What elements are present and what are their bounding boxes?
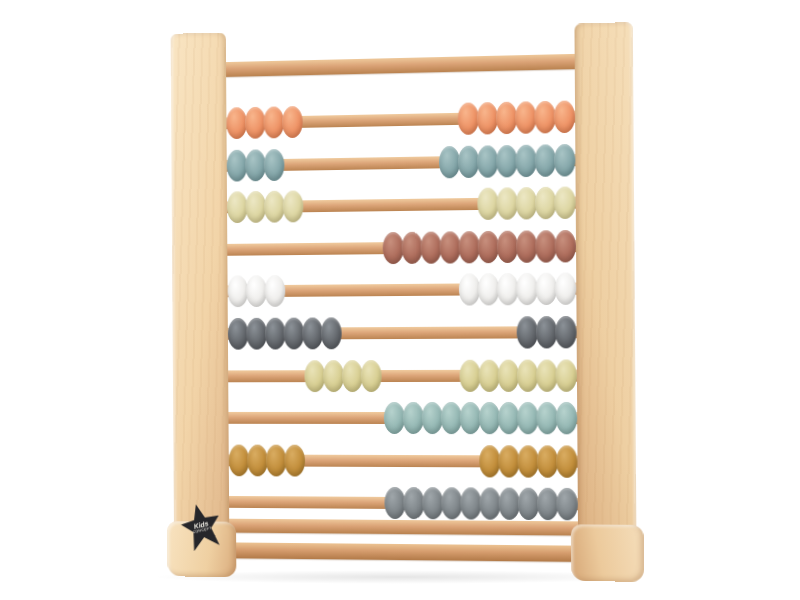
abacus-bead-terracotta[interactable] [478, 231, 499, 263]
bead-group-left [228, 275, 286, 307]
bead-rows-area [226, 24, 575, 33]
product-photo: Kids Concept [0, 0, 800, 600]
abacus-bead-mint-green[interactable] [517, 402, 539, 434]
abacus-bead-white[interactable] [516, 273, 538, 305]
abacus-bead-mint-green[interactable] [441, 402, 462, 434]
wood-grain [171, 32, 230, 574]
abacus-rod-row-mustard [229, 444, 578, 477]
bead-group-right [517, 316, 577, 349]
abacus-frame: Kids Concept [171, 22, 637, 579]
abacus-bead-pale-yellow[interactable] [516, 187, 538, 220]
abacus-bead-mustard[interactable] [537, 445, 559, 477]
abacus-bead-dark-grey[interactable] [517, 316, 539, 348]
abacus-bead-teal-blue[interactable] [264, 149, 285, 181]
abacus-bead-khaki-yellow[interactable] [304, 360, 325, 392]
abacus-bead-dark-grey[interactable] [321, 317, 342, 349]
abacus-bead-white[interactable] [555, 273, 577, 306]
bottom-rail-lower [218, 542, 591, 562]
bead-group-right [458, 100, 576, 135]
abacus-bead-terracotta[interactable] [459, 231, 480, 263]
abacus-bead-mid-grey[interactable] [384, 487, 405, 519]
right-post [574, 22, 636, 579]
abacus-bead-white[interactable] [228, 276, 249, 308]
abacus-bead-khaki-yellow[interactable] [517, 359, 539, 391]
abacus-bead-coral-orange[interactable] [245, 107, 266, 139]
abacus-bead-dark-grey[interactable] [246, 318, 267, 350]
abacus-bead-pale-yellow[interactable] [554, 187, 576, 220]
abacus-rod-row-teal-blue [227, 144, 576, 182]
abacus-bead-mustard[interactable] [247, 444, 268, 476]
abacus-bead-white[interactable] [536, 273, 558, 305]
abacus-bead-mustard[interactable] [517, 445, 539, 477]
abacus-bead-mid-grey[interactable] [499, 488, 520, 520]
abacus-bead-khaki-yellow[interactable] [498, 359, 519, 391]
abacus-bead-dark-grey[interactable] [265, 318, 286, 350]
top-dowel [214, 54, 587, 78]
abacus-bead-coral-orange[interactable] [515, 101, 537, 134]
bead-group-right [384, 487, 578, 520]
abacus-bead-white[interactable] [497, 273, 518, 305]
abacus-bead-mint-green[interactable] [536, 402, 558, 434]
abacus-bead-teal-blue[interactable] [439, 146, 460, 178]
abacus-bead-mint-green[interactable] [460, 402, 481, 434]
abacus-bead-mustard[interactable] [498, 445, 519, 477]
abacus-bead-terracotta[interactable] [516, 230, 538, 262]
bead-group-right [384, 402, 578, 434]
abacus-rod-row-mid-grey [229, 486, 578, 520]
abacus-inner-area [226, 24, 579, 578]
bead-group-left [227, 191, 304, 224]
abacus-bead-mid-grey[interactable] [460, 488, 481, 520]
abacus-bead-teal-blue[interactable] [496, 145, 517, 178]
abacus-rod-row-khaki-yellow [228, 359, 577, 392]
abacus-bead-mustard[interactable] [229, 444, 250, 476]
abacus-bead-coral-orange[interactable] [458, 102, 479, 135]
abacus-bead-mid-grey[interactable] [403, 487, 424, 519]
abacus-bead-terracotta[interactable] [535, 230, 557, 263]
abacus-bead-white[interactable] [478, 274, 499, 306]
abacus-bead-dark-grey[interactable] [555, 316, 577, 348]
abacus-bead-khaki-yellow[interactable] [536, 359, 558, 391]
abacus-bead-mustard[interactable] [479, 445, 500, 477]
abacus-bead-teal-blue[interactable] [535, 144, 557, 177]
abacus-bead-khaki-yellow[interactable] [323, 360, 344, 392]
abacus-bead-terracotta[interactable] [497, 230, 518, 262]
abacus-bead-pale-yellow[interactable] [535, 187, 557, 220]
abacus-bead-terracotta[interactable] [383, 232, 404, 264]
abacus-bead-terracotta[interactable] [402, 232, 423, 264]
abacus-bead-mustard[interactable] [284, 444, 305, 476]
abacus-bead-khaki-yellow[interactable] [342, 360, 363, 392]
bead-group-right [439, 144, 576, 178]
abacus-bead-pale-yellow[interactable] [227, 191, 248, 223]
abacus-bead-mid-grey[interactable] [518, 488, 540, 520]
bead-group-right [383, 230, 577, 264]
abacus-bead-coral-orange[interactable] [477, 102, 498, 135]
abacus-bead-coral-orange[interactable] [282, 106, 303, 138]
abacus-bead-mustard[interactable] [556, 445, 578, 477]
abacus-rod-row-coral-orange [226, 100, 575, 139]
abacus-bead-teal-blue[interactable] [458, 145, 479, 177]
bead-group-right [459, 273, 577, 306]
abacus-bead-pale-yellow[interactable] [477, 188, 498, 220]
abacus-bead-teal-blue[interactable] [245, 149, 266, 181]
bead-group-left [229, 444, 306, 476]
abacus-rod-row-white [228, 273, 577, 308]
abacus-bead-dark-grey[interactable] [302, 317, 323, 349]
abacus-bead-dark-grey[interactable] [283, 318, 304, 350]
abacus-bead-coral-orange[interactable] [534, 101, 556, 134]
abacus-bead-coral-orange[interactable] [226, 107, 247, 139]
abacus-bead-coral-orange[interactable] [554, 100, 576, 133]
abacus-bead-mid-grey[interactable] [441, 488, 462, 520]
abacus-rod-row-mint-green [228, 402, 577, 434]
abacus-bead-pale-yellow[interactable] [283, 191, 304, 223]
abacus-bead-mint-green[interactable] [403, 402, 424, 434]
abacus-bead-pale-yellow[interactable] [264, 191, 285, 223]
bead-group-right [477, 187, 576, 221]
abacus-bead-mint-green[interactable] [556, 402, 578, 434]
abacus-bead-mint-green[interactable] [479, 402, 500, 434]
abacus-bead-mid-grey[interactable] [479, 488, 500, 520]
abacus-bead-coral-orange[interactable] [263, 106, 284, 138]
abacus-bead-coral-orange[interactable] [496, 102, 517, 135]
abacus-bead-teal-blue[interactable] [515, 144, 537, 177]
bead-group-left [304, 360, 381, 392]
abacus-bead-white[interactable] [265, 275, 286, 307]
abacus-rod-row-pale-yellow [227, 187, 576, 224]
abacus-bead-dark-grey[interactable] [536, 316, 558, 348]
bead-group-left [227, 149, 285, 182]
abacus-rod-row-terracotta [227, 230, 576, 266]
abacus-bead-mint-green[interactable] [384, 402, 405, 434]
abacus-bead-terracotta[interactable] [439, 231, 460, 263]
abacus-bead-khaki-yellow[interactable] [479, 359, 500, 391]
abacus-bead-mid-grey[interactable] [537, 488, 559, 520]
abacus-bead-pale-yellow[interactable] [245, 191, 266, 223]
left-post: Kids Concept [171, 32, 230, 574]
abacus-bead-mid-grey[interactable] [422, 488, 443, 520]
abacus-bead-teal-blue[interactable] [227, 149, 248, 181]
bead-group-left [228, 317, 342, 349]
abacus-bead-pale-yellow[interactable] [496, 187, 517, 220]
abacus-bead-khaki-yellow[interactable] [361, 360, 382, 392]
abacus-bead-mustard[interactable] [266, 444, 287, 476]
abacus-rod-row-dark-grey [228, 316, 577, 350]
bead-group-right [479, 445, 578, 478]
abacus-bead-terracotta[interactable] [555, 230, 577, 263]
abacus-bead-teal-blue[interactable] [554, 144, 576, 177]
bead-group-left [226, 106, 303, 139]
abacus-bead-white[interactable] [246, 276, 267, 308]
abacus-bead-white[interactable] [459, 274, 480, 306]
abacus-bead-dark-grey[interactable] [228, 318, 249, 350]
abacus-bead-khaki-yellow[interactable] [459, 359, 480, 391]
bead-group-right [459, 359, 577, 391]
abacus-bead-mint-green[interactable] [422, 402, 443, 434]
abacus-bead-terracotta[interactable] [420, 231, 441, 263]
abacus-bead-khaki-yellow[interactable] [555, 359, 577, 391]
abacus-bead-teal-blue[interactable] [477, 145, 498, 178]
abacus-bead-mid-grey[interactable] [556, 488, 578, 521]
bottom-rail-upper [218, 519, 591, 536]
right-foot [571, 524, 644, 581]
wood-grain [574, 22, 636, 579]
abacus-bead-mint-green[interactable] [498, 402, 519, 434]
